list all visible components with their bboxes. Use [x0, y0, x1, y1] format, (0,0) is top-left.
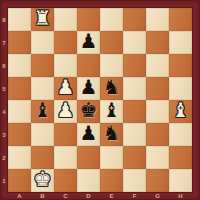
piece-white-king[interactable]: ♚	[34, 168, 52, 191]
square-b2[interactable]	[31, 146, 54, 169]
square-d6[interactable]	[77, 54, 100, 77]
square-g2[interactable]	[146, 146, 169, 169]
square-e8[interactable]	[100, 8, 123, 31]
square-h3[interactable]	[169, 123, 192, 146]
square-g1[interactable]	[146, 169, 169, 192]
square-b5[interactable]	[31, 77, 54, 100]
square-f6[interactable]	[123, 54, 146, 77]
square-d2[interactable]	[77, 146, 100, 169]
piece-white-rook[interactable]: ♜	[34, 7, 52, 30]
square-e4[interactable]: ♝	[100, 100, 123, 123]
square-c2[interactable]	[54, 146, 77, 169]
rank-label-5: 5	[0, 77, 8, 100]
square-a1[interactable]	[8, 169, 31, 192]
piece-black-pawn[interactable]: ♟	[80, 122, 98, 145]
file-label-a: A	[8, 192, 31, 200]
square-c5[interactable]: ♟	[54, 77, 77, 100]
square-f2[interactable]	[123, 146, 146, 169]
square-e3[interactable]: ♞	[100, 123, 123, 146]
square-a6[interactable]	[8, 54, 31, 77]
rank-label-6: 6	[0, 54, 8, 77]
piece-black-bishop[interactable]: ♝	[103, 99, 121, 122]
rank-label-8: 8	[0, 8, 8, 31]
rank-label-3: 3	[0, 123, 8, 146]
square-g7[interactable]	[146, 31, 169, 54]
square-e5[interactable]: ♞	[100, 77, 123, 100]
square-c1[interactable]	[54, 169, 77, 192]
square-d8[interactable]	[77, 8, 100, 31]
piece-white-pawn[interactable]: ♟	[57, 99, 75, 122]
chess-board: ♜♟♟♟♞♝♟♚♝♝♟♞♚	[8, 8, 192, 192]
square-f8[interactable]	[123, 8, 146, 31]
square-c4[interactable]: ♟	[54, 100, 77, 123]
piece-black-knight[interactable]: ♞	[103, 122, 121, 145]
square-c3[interactable]	[54, 123, 77, 146]
square-g3[interactable]	[146, 123, 169, 146]
square-f5[interactable]	[123, 77, 146, 100]
piece-black-bishop[interactable]: ♝	[34, 99, 52, 122]
square-h6[interactable]	[169, 54, 192, 77]
rank-label-4: 4	[0, 100, 8, 123]
square-b7[interactable]	[31, 31, 54, 54]
square-d3[interactable]: ♟	[77, 123, 100, 146]
piece-white-pawn[interactable]: ♟	[57, 76, 75, 99]
square-f4[interactable]	[123, 100, 146, 123]
square-g5[interactable]	[146, 77, 169, 100]
square-d5[interactable]: ♟	[77, 77, 100, 100]
square-a8[interactable]	[8, 8, 31, 31]
square-f3[interactable]	[123, 123, 146, 146]
square-a7[interactable]	[8, 31, 31, 54]
square-d4[interactable]: ♚	[77, 100, 100, 123]
rank-label-2: 2	[0, 146, 8, 169]
square-e2[interactable]	[100, 146, 123, 169]
file-label-c: C	[54, 192, 77, 200]
square-h8[interactable]	[169, 8, 192, 31]
file-labels: ABCDEFGH	[8, 192, 192, 200]
piece-white-bishop[interactable]: ♝	[172, 99, 190, 122]
square-h4[interactable]: ♝	[169, 100, 192, 123]
file-label-e: E	[100, 192, 123, 200]
square-c7[interactable]	[54, 31, 77, 54]
square-h5[interactable]	[169, 77, 192, 100]
square-e1[interactable]	[100, 169, 123, 192]
piece-black-pawn[interactable]: ♟	[80, 76, 98, 99]
file-label-h: H	[169, 192, 192, 200]
file-label-f: F	[123, 192, 146, 200]
square-b6[interactable]	[31, 54, 54, 77]
square-f1[interactable]	[123, 169, 146, 192]
square-a5[interactable]	[8, 77, 31, 100]
rank-label-7: 7	[0, 31, 8, 54]
piece-black-king[interactable]: ♚	[80, 99, 98, 122]
square-c6[interactable]	[54, 54, 77, 77]
square-g4[interactable]	[146, 100, 169, 123]
square-b8[interactable]: ♜	[31, 8, 54, 31]
square-e6[interactable]	[100, 54, 123, 77]
square-h1[interactable]	[169, 169, 192, 192]
piece-black-knight[interactable]: ♞	[103, 76, 121, 99]
file-label-b: B	[31, 192, 54, 200]
square-a4[interactable]	[8, 100, 31, 123]
square-a3[interactable]	[8, 123, 31, 146]
piece-black-pawn[interactable]: ♟	[80, 30, 98, 53]
square-h7[interactable]	[169, 31, 192, 54]
square-d1[interactable]	[77, 169, 100, 192]
square-c8[interactable]	[54, 8, 77, 31]
square-g6[interactable]	[146, 54, 169, 77]
square-e7[interactable]	[100, 31, 123, 54]
square-b4[interactable]: ♝	[31, 100, 54, 123]
square-b3[interactable]	[31, 123, 54, 146]
square-b1[interactable]: ♚	[31, 169, 54, 192]
square-a2[interactable]	[8, 146, 31, 169]
square-f7[interactable]	[123, 31, 146, 54]
square-g8[interactable]	[146, 8, 169, 31]
square-d7[interactable]: ♟	[77, 31, 100, 54]
file-label-g: G	[146, 192, 169, 200]
file-label-d: D	[77, 192, 100, 200]
rank-labels: 87654321	[0, 8, 8, 192]
square-h2[interactable]	[169, 146, 192, 169]
chess-board-frame: 87654321 ABCDEFGH ♜♟♟♟♞♝♟♚♝♝♟♞♚	[0, 0, 200, 200]
rank-label-1: 1	[0, 169, 8, 192]
